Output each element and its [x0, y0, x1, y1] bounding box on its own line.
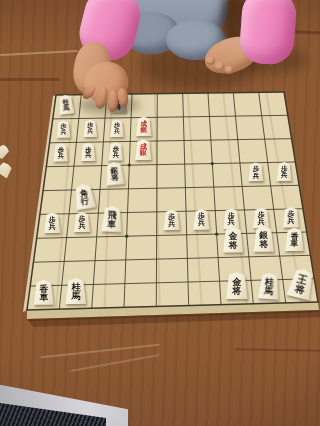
- piece-face: 歩兵: [81, 143, 97, 161]
- piece-kanji: 兵: [198, 220, 205, 227]
- piece-kanji: 兵: [79, 223, 86, 230]
- piece-kanji: 馬: [63, 105, 70, 112]
- piece-pawn[interactable]: 歩兵: [44, 213, 62, 234]
- piece-face: 歩兵: [53, 143, 69, 161]
- piece-kanji: 車: [290, 240, 298, 248]
- piece-face: 金将: [222, 227, 244, 253]
- piece-pawn[interactable]: 歩兵: [223, 208, 241, 229]
- piece-bishop[interactable]: 角行: [72, 182, 97, 210]
- piece-face: 銀将: [104, 161, 125, 185]
- piece-kanji: 兵: [61, 130, 67, 136]
- piece-kanji: 兵: [228, 219, 235, 226]
- piece-face: 歩兵: [276, 162, 292, 181]
- piece-kanji: 銀: [140, 150, 147, 157]
- piece-kanji: 兵: [113, 152, 119, 158]
- piece-pawn[interactable]: 歩兵: [193, 209, 211, 230]
- piece-gold[interactable]: 金将: [222, 227, 244, 253]
- piece-pawn[interactable]: 歩兵: [81, 143, 97, 161]
- piece-face: 飛車: [100, 205, 123, 232]
- piece-kanji: 兵: [168, 221, 175, 228]
- piece-face: 角行: [72, 182, 97, 210]
- piece-kanji: 兵: [287, 218, 294, 225]
- piece-pawn[interactable]: 歩兵: [56, 120, 71, 138]
- piece-pawn[interactable]: 歩兵: [282, 207, 300, 228]
- piece-kanji: 兵: [85, 152, 91, 158]
- piece-face: 金将: [225, 272, 248, 299]
- piece-lance[interactable]: 香車: [285, 228, 305, 251]
- piece-face: 歩兵: [282, 207, 300, 228]
- piece-kanji: 将: [232, 287, 241, 296]
- piece-kanji: 将: [259, 240, 268, 248]
- piece-kanji: 車: [107, 219, 116, 228]
- piece-knight[interactable]: 桂馬: [257, 272, 281, 300]
- piece-face: 王将: [286, 266, 317, 300]
- piece-face: 桂馬: [57, 94, 75, 115]
- piece-face: 銀将: [253, 226, 275, 252]
- piece-promoted-silver[interactable]: 成銀: [135, 117, 152, 137]
- piece-face: 歩兵: [108, 142, 124, 160]
- piece-face: 歩兵: [110, 119, 125, 137]
- piece-silver[interactable]: 銀将: [104, 161, 125, 185]
- piece-kanji: 車: [39, 293, 48, 301]
- piece-face: 歩兵: [44, 213, 62, 234]
- piece-pawn[interactable]: 歩兵: [53, 143, 69, 161]
- piece-face: 歩兵: [223, 208, 241, 229]
- piece-pawn[interactable]: 歩兵: [108, 142, 124, 160]
- piece-kanji: 兵: [253, 173, 260, 179]
- piece-knight[interactable]: 桂馬: [57, 94, 75, 115]
- piece-face: 歩兵: [56, 120, 71, 138]
- piece-face: 歩兵: [83, 120, 98, 138]
- piece-face: 桂馬: [257, 272, 281, 300]
- piece-kanji: 兵: [258, 219, 265, 226]
- piece-face: 歩兵: [248, 162, 264, 181]
- piece-promoted-silver[interactable]: 成銀: [135, 139, 153, 160]
- piece-kanji: 兵: [58, 153, 64, 159]
- piece-face: 香車: [285, 228, 305, 251]
- piece-pawn[interactable]: 歩兵: [110, 119, 125, 137]
- piece-face: 歩兵: [193, 209, 211, 230]
- piece-pawn[interactable]: 歩兵: [276, 162, 292, 181]
- piece-face: 桂馬: [65, 278, 87, 304]
- piece-face: 歩兵: [252, 208, 270, 229]
- piece-kanji: 将: [294, 283, 306, 295]
- piece-kanji: 兵: [49, 224, 56, 231]
- scene: 桂馬金将歩兵歩兵歩兵成銀歩兵歩兵歩兵成銀銀将歩兵歩兵角行歩兵歩兵飛車歩兵歩兵歩兵…: [0, 0, 320, 426]
- piece-kanji: 兵: [87, 129, 93, 135]
- piece-king[interactable]: 王将: [286, 266, 317, 300]
- piece-kanji: 兵: [281, 172, 288, 178]
- piece-pawn[interactable]: 歩兵: [73, 212, 91, 233]
- piece-lance[interactable]: 香車: [33, 280, 54, 305]
- piece-pawn[interactable]: 歩兵: [248, 162, 264, 181]
- piece-kanji: 馬: [264, 286, 273, 295]
- piece-kanji: 馬: [71, 292, 80, 300]
- piece-pawn[interactable]: 歩兵: [163, 210, 181, 231]
- piece-kanji: 将: [111, 173, 119, 181]
- piece-kanji: 兵: [114, 129, 120, 135]
- piece-face: 歩兵: [163, 210, 181, 231]
- piece-face: 歩兵: [73, 212, 91, 233]
- piece-rook[interactable]: 飛車: [100, 205, 123, 232]
- child-toe: [215, 62, 224, 71]
- piece-kanji: 将: [229, 241, 238, 249]
- piece-knight[interactable]: 桂馬: [65, 278, 87, 304]
- piece-pawn[interactable]: 歩兵: [83, 120, 98, 138]
- piece-kanji: 行: [80, 196, 90, 205]
- piece-pawn[interactable]: 歩兵: [252, 208, 270, 229]
- piece-face: 香車: [33, 280, 54, 305]
- piece-kanji: 銀: [140, 127, 147, 133]
- child-toe: [225, 66, 233, 74]
- child-toe: [206, 56, 215, 65]
- piece-silver[interactable]: 銀将: [253, 226, 275, 252]
- piece-gold[interactable]: 金将: [225, 272, 248, 299]
- piece-face: 成銀: [135, 139, 153, 160]
- piece-face: 成銀: [135, 117, 152, 137]
